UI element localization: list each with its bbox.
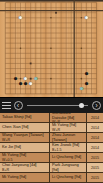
- player-name: Mi Yuting [9d]: [2, 175, 48, 180]
- game-date: 2014: [91, 136, 99, 140]
- game-row[interactable]: Chen Xian [9d]Mi Yuting [9d]W+R2014: [0, 123, 103, 133]
- game-row[interactable]: Takao Shinji [9d]Murakawa Daisuke [8d]W+…: [0, 113, 103, 123]
- player-name: Chen Xian [9d]: [2, 125, 48, 130]
- left-player-cell: Takao Shinji [9d]: [0, 113, 50, 122]
- right-player-cell: Li Qincheng [9d]: [50, 173, 87, 182]
- game-list: Takao Shinji [9d]Murakawa Daisuke [8d]W+…: [0, 113, 103, 183]
- date-cell: 2014: [87, 123, 103, 132]
- game-result: W+R: [2, 138, 48, 142]
- prev-move-button[interactable]: ‹: [14, 101, 23, 110]
- date-cell: 2015: [87, 173, 103, 182]
- date-cell: 2015: [87, 153, 103, 162]
- left-player-cell: Choi Jaeyoung [4d]B+R: [0, 163, 50, 172]
- right-player-cell: Li Qincheng [9d]: [50, 153, 87, 162]
- player-name: Li Qincheng [9d]: [52, 155, 85, 160]
- game-result: W+R: [52, 128, 85, 132]
- navigation-toolbar: ‹ ›: [0, 97, 103, 113]
- go-board-grid: [0, 0, 103, 97]
- game-date: 2014: [91, 146, 99, 150]
- right-player-cell: Mi Yuting [9d]W+R: [50, 123, 87, 132]
- slider-thumb[interactable]: [79, 103, 84, 108]
- date-cell: 2014: [87, 113, 103, 122]
- right-player-cell: Murakawa Daisuke [8d]W+R: [50, 113, 87, 122]
- date-cell: 2015: [87, 163, 103, 172]
- next-move-button[interactable]: ›: [92, 101, 101, 110]
- left-player-cell: Ke Jie [9d]: [0, 143, 50, 152]
- left-player-cell: Mi Yuting [9d]: [0, 173, 50, 182]
- player-name: Park Jungsang [9d]: [52, 163, 85, 172]
- board-marker-L17: [55, 12, 57, 14]
- move-slider[interactable]: [25, 101, 90, 110]
- game-date: 2015: [91, 166, 99, 170]
- game-row[interactable]: Wang Yuanjun [Taiwan]W+RZhou Junxun [Tai…: [0, 133, 103, 143]
- player-name: Zhou Junxun [Taiwan]: [52, 133, 85, 142]
- game-date: 2015: [91, 156, 99, 160]
- game-result: B+R: [2, 168, 48, 172]
- left-player-cell: Mi Yuting [9d]W+0.5: [0, 153, 50, 162]
- date-cell: 2014: [87, 133, 103, 142]
- game-result: W+R: [52, 120, 85, 122]
- menu-icon[interactable]: [2, 102, 11, 109]
- game-row[interactable]: Mi Yuting [9d]W+0.5Li Qincheng [9d]2015: [0, 153, 103, 163]
- game-result: B+1.5: [52, 148, 85, 152]
- game-row[interactable]: Mi Yuting [9d]Li Qincheng [9d]2015: [0, 173, 103, 183]
- board-marker-F7: [30, 63, 32, 65]
- go-board[interactable]: ●●●●●●●●●●●: [0, 0, 103, 97]
- game-date: 2014: [91, 116, 99, 120]
- right-player-cell: Kim Jiseok [9d]B+1.5: [50, 143, 87, 152]
- right-player-cell: Zhou Junxun [Taiwan]: [50, 133, 87, 142]
- date-cell: 2014: [87, 143, 103, 152]
- player-name: Murakawa Daisuke [8d]: [52, 113, 85, 120]
- app-screen: ●●●●●●●●●●● ‹ › Takao Shinji [9d]Murakaw…: [0, 0, 103, 183]
- player-name: Takao Shinji [9d]: [2, 115, 48, 120]
- player-name: Li Qincheng [9d]: [52, 175, 85, 180]
- game-row[interactable]: Choi Jaeyoung [4d]B+RPark Jungsang [9d]2…: [0, 163, 103, 173]
- left-player-cell: Chen Xian [9d]: [0, 123, 50, 132]
- game-result: W+0.5: [2, 158, 48, 162]
- player-name: Ke Jie [9d]: [2, 145, 48, 150]
- left-player-cell: Wang Yuanjun [Taiwan]W+R: [0, 133, 50, 142]
- game-date: 2015: [91, 176, 99, 180]
- game-date: 2014: [91, 126, 99, 130]
- game-row[interactable]: Ke Jie [9d]Kim Jiseok [9d]B+1.52014: [0, 143, 103, 153]
- board-marker-F4: [30, 78, 32, 80]
- right-player-cell: Park Jungsang [9d]: [50, 163, 87, 172]
